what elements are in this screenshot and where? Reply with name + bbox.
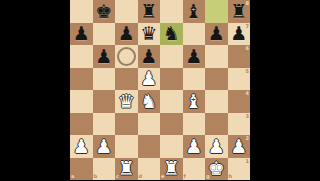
piece-white-pawn[interactable]: ♟ xyxy=(138,68,161,91)
square-g6[interactable] xyxy=(205,45,228,68)
piece-black-pawn[interactable]: ♟ xyxy=(183,45,206,68)
square-b1[interactable]: b xyxy=(93,158,116,181)
square-f3[interactable] xyxy=(183,113,206,136)
square-a5[interactable] xyxy=(70,68,93,91)
square-c6[interactable] xyxy=(115,45,138,68)
square-b5[interactable] xyxy=(93,68,116,91)
rank-label-7: 7 xyxy=(246,24,249,29)
square-c7[interactable]: ♟ xyxy=(115,23,138,46)
square-g1[interactable]: ♚g xyxy=(205,158,228,181)
square-h5[interactable]: 5 xyxy=(228,68,251,91)
square-f2[interactable]: ♟ xyxy=(183,135,206,158)
square-e7[interactable]: ♞ xyxy=(160,23,183,46)
square-d5[interactable]: ♟ xyxy=(138,68,161,91)
square-e2[interactable] xyxy=(160,135,183,158)
square-h4[interactable]: 4 xyxy=(228,90,251,113)
rank-label-1: 1 xyxy=(246,159,249,164)
piece-black-rook[interactable]: ♜ xyxy=(138,0,161,23)
rank-label-6: 6 xyxy=(246,46,249,51)
square-c8[interactable] xyxy=(115,0,138,23)
letterbox-left xyxy=(0,0,70,180)
square-c2[interactable] xyxy=(115,135,138,158)
square-g5[interactable] xyxy=(205,68,228,91)
file-label-h: h xyxy=(229,174,233,179)
square-f8[interactable]: ♝ xyxy=(183,0,206,23)
square-d4[interactable]: ♞ xyxy=(138,90,161,113)
square-e3[interactable] xyxy=(160,113,183,136)
rank-label-8: 8 xyxy=(246,1,249,6)
square-a8[interactable] xyxy=(70,0,93,23)
rank-label-4: 4 xyxy=(246,91,249,96)
square-c1[interactable]: ♜c xyxy=(115,158,138,181)
square-b8[interactable]: ♚ xyxy=(93,0,116,23)
square-a3[interactable] xyxy=(70,113,93,136)
piece-black-pawn[interactable]: ♟ xyxy=(205,23,228,46)
file-label-f: f xyxy=(184,174,186,179)
file-label-c: c xyxy=(116,174,119,179)
piece-white-pawn[interactable]: ♟ xyxy=(70,135,93,158)
square-d7[interactable]: ♛ xyxy=(138,23,161,46)
square-d3[interactable] xyxy=(138,113,161,136)
square-h7[interactable]: ♟7 xyxy=(228,23,251,46)
square-c4[interactable]: ♛ xyxy=(115,90,138,113)
square-h6[interactable]: 6 xyxy=(228,45,251,68)
piece-black-king[interactable]: ♚ xyxy=(93,0,116,23)
square-g7[interactable]: ♟ xyxy=(205,23,228,46)
square-f6[interactable]: ♟ xyxy=(183,45,206,68)
square-d2[interactable] xyxy=(138,135,161,158)
file-label-d: d xyxy=(139,174,143,179)
piece-white-pawn[interactable]: ♟ xyxy=(183,135,206,158)
square-a4[interactable] xyxy=(70,90,93,113)
file-label-e: e xyxy=(161,174,164,179)
square-h8[interactable]: ♜8 xyxy=(228,0,251,23)
square-f1[interactable]: f xyxy=(183,158,206,181)
square-e5[interactable] xyxy=(160,68,183,91)
file-label-b: b xyxy=(94,174,98,179)
square-b2[interactable]: ♟ xyxy=(93,135,116,158)
square-a6[interactable] xyxy=(70,45,93,68)
piece-black-pawn[interactable]: ♟ xyxy=(70,23,93,46)
piece-black-pawn[interactable]: ♟ xyxy=(138,45,161,68)
piece-black-pawn[interactable]: ♟ xyxy=(115,23,138,46)
square-a7[interactable]: ♟ xyxy=(70,23,93,46)
square-f7[interactable] xyxy=(183,23,206,46)
square-g8[interactable] xyxy=(205,0,228,23)
piece-black-queen[interactable]: ♛ xyxy=(138,23,161,46)
square-g3[interactable] xyxy=(205,113,228,136)
square-h1[interactable]: 1h xyxy=(228,158,251,181)
piece-black-bishop[interactable]: ♝ xyxy=(183,0,206,23)
square-h3[interactable]: 3 xyxy=(228,113,251,136)
square-e6[interactable] xyxy=(160,45,183,68)
piece-black-knight[interactable]: ♞ xyxy=(160,23,183,46)
square-b3[interactable] xyxy=(93,113,116,136)
piece-white-knight[interactable]: ♞ xyxy=(138,90,161,113)
square-c3[interactable] xyxy=(115,113,138,136)
video-frame: ♚♜♝♜8♟♟♛♞♟♟7♟♟♟6♟5♛♞♝43♟♟♟♟♟2ab♜cd♜ef♚g1… xyxy=(0,0,320,180)
file-label-a: a xyxy=(71,174,74,179)
square-h2[interactable]: ♟2 xyxy=(228,135,251,158)
rank-label-2: 2 xyxy=(246,136,249,141)
square-e8[interactable] xyxy=(160,0,183,23)
piece-white-bishop[interactable]: ♝ xyxy=(183,90,206,113)
file-label-g: g xyxy=(206,174,210,179)
square-b4[interactable] xyxy=(93,90,116,113)
annotation-circle-c6 xyxy=(117,47,137,67)
square-d1[interactable]: d xyxy=(138,158,161,181)
square-f5[interactable] xyxy=(183,68,206,91)
piece-white-pawn[interactable]: ♟ xyxy=(93,135,116,158)
square-a2[interactable]: ♟ xyxy=(70,135,93,158)
square-b7[interactable] xyxy=(93,23,116,46)
piece-white-queen[interactable]: ♛ xyxy=(115,90,138,113)
square-b6[interactable]: ♟ xyxy=(93,45,116,68)
square-a1[interactable]: a xyxy=(70,158,93,181)
square-d6[interactable]: ♟ xyxy=(138,45,161,68)
chess-board[interactable]: ♚♜♝♜8♟♟♛♞♟♟7♟♟♟6♟5♛♞♝43♟♟♟♟♟2ab♜cd♜ef♚g1… xyxy=(70,0,250,180)
square-c5[interactable] xyxy=(115,68,138,91)
piece-white-pawn[interactable]: ♟ xyxy=(205,135,228,158)
square-g2[interactable]: ♟ xyxy=(205,135,228,158)
square-g4[interactable] xyxy=(205,90,228,113)
square-e4[interactable] xyxy=(160,90,183,113)
piece-black-pawn[interactable]: ♟ xyxy=(93,45,116,68)
rank-label-5: 5 xyxy=(246,69,249,74)
square-e1[interactable]: ♜e xyxy=(160,158,183,181)
square-d8[interactable]: ♜ xyxy=(138,0,161,23)
rank-label-3: 3 xyxy=(246,114,249,119)
square-f4[interactable]: ♝ xyxy=(183,90,206,113)
letterbox-right xyxy=(250,0,320,180)
